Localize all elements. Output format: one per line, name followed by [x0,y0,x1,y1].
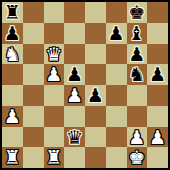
piece-white-pawn[interactable]: ♟ [66,85,83,105]
square-d4[interactable]: ♟ [64,85,85,106]
square-e1[interactable] [85,147,106,168]
square-d6[interactable] [64,44,85,65]
square-a7[interactable]: ♟ [2,23,23,44]
piece-white-rook[interactable]: ♜ [4,147,21,167]
piece-white-pawn[interactable]: ♟ [128,127,145,147]
square-c2[interactable] [44,127,65,148]
square-g5[interactable]: ♞ [127,64,148,85]
square-g7[interactable]: ♝ [127,23,148,44]
square-b2[interactable] [23,127,44,148]
square-f2[interactable] [106,127,127,148]
piece-black-pawn[interactable]: ♟ [66,64,83,84]
square-b8[interactable] [23,2,44,23]
square-d7[interactable] [64,23,85,44]
square-a3[interactable]: ♟ [2,106,23,127]
square-b4[interactable] [23,85,44,106]
piece-white-rook[interactable]: ♜ [45,147,62,167]
square-h3[interactable] [147,106,168,127]
square-b6[interactable] [23,44,44,65]
square-c4[interactable] [44,85,65,106]
piece-white-king[interactable]: ♚ [128,147,145,167]
square-b7[interactable] [23,23,44,44]
piece-white-pawn[interactable]: ♟ [45,64,62,84]
square-f1[interactable] [106,147,127,168]
square-f6[interactable] [106,44,127,65]
square-f4[interactable] [106,85,127,106]
piece-black-queen[interactable]: ♛ [66,127,83,147]
piece-black-knight[interactable]: ♞ [128,64,145,84]
square-e2[interactable] [85,127,106,148]
piece-black-pawn[interactable]: ♟ [149,64,166,84]
square-h1[interactable] [147,147,168,168]
square-f5[interactable] [106,64,127,85]
square-g4[interactable] [127,85,148,106]
square-f3[interactable] [106,106,127,127]
square-a2[interactable] [2,127,23,148]
piece-white-pawn[interactable]: ♟ [4,106,21,126]
piece-white-knight[interactable]: ♞ [4,44,21,64]
piece-black-pawn[interactable]: ♟ [108,23,125,43]
chess-board-frame: ♜♚♟♟♝♞♛♟♟♟♞♟♟♟♟♛♟♟♜♜♚ [0,0,170,170]
square-h2[interactable]: ♟ [147,127,168,148]
piece-black-pawn[interactable]: ♟ [87,85,104,105]
square-e4[interactable]: ♟ [85,85,106,106]
square-g2[interactable]: ♟ [127,127,148,148]
square-e6[interactable] [85,44,106,65]
square-b3[interactable] [23,106,44,127]
square-g1[interactable]: ♚ [127,147,148,168]
chess-board[interactable]: ♜♚♟♟♝♞♛♟♟♟♞♟♟♟♟♛♟♟♜♜♚ [2,2,168,168]
square-h6[interactable] [147,44,168,65]
square-h4[interactable] [147,85,168,106]
piece-black-pawn[interactable]: ♟ [4,23,21,43]
square-h8[interactable] [147,2,168,23]
square-c7[interactable] [44,23,65,44]
square-d8[interactable] [64,2,85,23]
square-c1[interactable]: ♜ [44,147,65,168]
square-e8[interactable] [85,2,106,23]
square-d5[interactable]: ♟ [64,64,85,85]
square-a5[interactable] [2,64,23,85]
square-c8[interactable] [44,2,65,23]
square-g3[interactable] [127,106,148,127]
square-g6[interactable]: ♟ [127,44,148,65]
square-b1[interactable] [23,147,44,168]
square-d1[interactable] [64,147,85,168]
piece-white-pawn[interactable]: ♟ [149,127,166,147]
piece-black-king[interactable]: ♚ [128,2,145,22]
square-c5[interactable]: ♟ [44,64,65,85]
square-a8[interactable]: ♜ [2,2,23,23]
square-c6[interactable]: ♛ [44,44,65,65]
piece-white-queen[interactable]: ♛ [45,44,62,64]
square-h5[interactable]: ♟ [147,64,168,85]
square-a6[interactable]: ♞ [2,44,23,65]
square-d2[interactable]: ♛ [64,127,85,148]
square-g8[interactable]: ♚ [127,2,148,23]
piece-black-pawn[interactable]: ♟ [128,44,145,64]
square-c3[interactable] [44,106,65,127]
square-f8[interactable] [106,2,127,23]
square-b5[interactable] [23,64,44,85]
piece-black-bishop[interactable]: ♝ [128,23,145,43]
piece-black-rook[interactable]: ♜ [4,2,21,22]
square-h7[interactable] [147,23,168,44]
square-e7[interactable] [85,23,106,44]
square-a4[interactable] [2,85,23,106]
square-a1[interactable]: ♜ [2,147,23,168]
square-d3[interactable] [64,106,85,127]
square-f7[interactable]: ♟ [106,23,127,44]
square-e5[interactable] [85,64,106,85]
square-e3[interactable] [85,106,106,127]
